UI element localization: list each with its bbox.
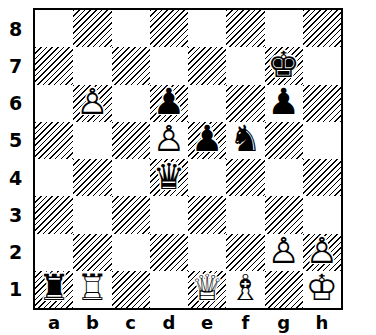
file-label-e: e — [188, 310, 226, 335]
rank-labels: 8 7 6 5 4 3 2 1 — [0, 10, 31, 308]
square-d6: ♟ — [150, 85, 188, 122]
square-c5 — [112, 122, 150, 159]
square-c6 — [112, 85, 150, 122]
square-f1: ♝♗ — [226, 271, 264, 308]
square-f6 — [226, 85, 264, 122]
black-king-g7: ♚ — [265, 47, 303, 84]
rank-label-3: 3 — [0, 196, 31, 233]
rank-label-5: 5 — [0, 122, 31, 159]
square-d1 — [150, 271, 188, 308]
square-b3 — [73, 196, 111, 233]
file-label-h: h — [303, 310, 341, 335]
file-label-a: a — [35, 310, 73, 335]
square-e7 — [188, 47, 226, 84]
square-h1: ♚♔ — [303, 271, 341, 308]
square-d5: ♟♙ — [150, 122, 188, 159]
white-rook-b1: ♜♖ — [73, 271, 111, 308]
rank-label-7: 7 — [0, 47, 31, 84]
square-g8 — [265, 10, 303, 47]
rank-label-2: 2 — [0, 234, 31, 271]
square-g4 — [265, 159, 303, 196]
square-a5 — [35, 122, 73, 159]
square-g6: ♟ — [265, 85, 303, 122]
square-e6 — [188, 85, 226, 122]
file-label-c: c — [112, 310, 150, 335]
square-d7 — [150, 47, 188, 84]
square-b5 — [73, 122, 111, 159]
square-e4 — [188, 159, 226, 196]
square-h6 — [303, 85, 341, 122]
square-g2: ♟♙ — [265, 234, 303, 271]
rank-label-8: 8 — [0, 10, 31, 47]
square-e2 — [188, 234, 226, 271]
square-c2 — [112, 234, 150, 271]
square-a8 — [35, 10, 73, 47]
square-g5 — [265, 122, 303, 159]
square-b7 — [73, 47, 111, 84]
white-pawn-h2: ♟♙ — [303, 234, 341, 271]
square-f3 — [226, 196, 264, 233]
square-f2 — [226, 234, 264, 271]
file-label-g: g — [265, 310, 303, 335]
square-c7 — [112, 47, 150, 84]
square-g7: ♚ — [265, 47, 303, 84]
black-pawn-d6: ♟ — [150, 85, 188, 122]
white-bishop-f1: ♝♗ — [226, 271, 264, 308]
square-a4 — [35, 159, 73, 196]
chessboard: ♚♟♙♟♟♟♙♟♞♛♟♙♟♙♜♜♖♛♕♝♗♚♔ — [33, 8, 343, 310]
square-c8 — [112, 10, 150, 47]
square-b2 — [73, 234, 111, 271]
square-a7 — [35, 47, 73, 84]
square-b8 — [73, 10, 111, 47]
file-label-b: b — [73, 310, 111, 335]
black-pawn-e5: ♟ — [188, 122, 226, 159]
file-label-d: d — [150, 310, 188, 335]
square-f8 — [226, 10, 264, 47]
square-c4 — [112, 159, 150, 196]
square-h5 — [303, 122, 341, 159]
rank-label-4: 4 — [0, 159, 31, 196]
square-d3 — [150, 196, 188, 233]
square-c1 — [112, 271, 150, 308]
square-b6: ♟♙ — [73, 85, 111, 122]
white-pawn-g2: ♟♙ — [265, 234, 303, 271]
black-knight-f5: ♞ — [226, 122, 264, 159]
square-h2: ♟♙ — [303, 234, 341, 271]
square-d4: ♛ — [150, 159, 188, 196]
black-pawn-g6: ♟ — [265, 85, 303, 122]
white-king-h1: ♚♔ — [303, 271, 341, 308]
white-queen-e1: ♛♕ — [188, 271, 226, 308]
square-a2 — [35, 234, 73, 271]
square-d2 — [150, 234, 188, 271]
rank-label-6: 6 — [0, 85, 31, 122]
square-h8 — [303, 10, 341, 47]
square-e8 — [188, 10, 226, 47]
square-b1: ♜♖ — [73, 271, 111, 308]
chess-diagram: 8 7 6 5 4 3 2 1 ♚♟♙♟♟♟♙♟♞♛♟♙♟♙♜♜♖♛♕♝♗♚♔ … — [0, 0, 376, 335]
square-b4 — [73, 159, 111, 196]
square-a1: ♜ — [35, 271, 73, 308]
rank-label-1: 1 — [0, 271, 31, 308]
file-labels: a b c d e f g h — [35, 310, 341, 335]
square-h4 — [303, 159, 341, 196]
square-c3 — [112, 196, 150, 233]
square-e5: ♟ — [188, 122, 226, 159]
square-f4 — [226, 159, 264, 196]
square-f5: ♞ — [226, 122, 264, 159]
white-pawn-d5: ♟♙ — [150, 122, 188, 159]
square-d8 — [150, 10, 188, 47]
square-e3 — [188, 196, 226, 233]
square-f7 — [226, 47, 264, 84]
square-h3 — [303, 196, 341, 233]
square-h7 — [303, 47, 341, 84]
square-g1 — [265, 271, 303, 308]
square-a6 — [35, 85, 73, 122]
file-label-f: f — [226, 310, 264, 335]
black-rook-a1: ♜ — [35, 271, 73, 308]
square-g3 — [265, 196, 303, 233]
square-a3 — [35, 196, 73, 233]
black-queen-d4: ♛ — [150, 159, 188, 196]
square-e1: ♛♕ — [188, 271, 226, 308]
white-pawn-b6: ♟♙ — [73, 85, 111, 122]
